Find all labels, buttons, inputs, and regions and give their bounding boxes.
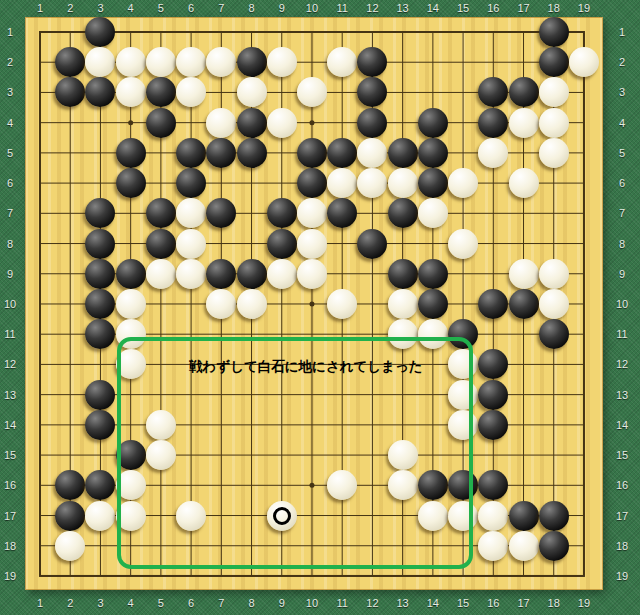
coord-label-left: 18: [4, 540, 16, 551]
white-stone: [448, 229, 478, 259]
coord-label-left: 19: [4, 570, 16, 581]
coord-label-left: 7: [7, 208, 13, 219]
coord-label-top: 16: [487, 3, 499, 14]
coord-label-right: 1: [619, 27, 625, 38]
coord-label-bottom: 5: [158, 598, 164, 609]
coord-label-top: 9: [279, 3, 285, 14]
white-stone: [418, 501, 448, 531]
white-stone: [509, 108, 539, 138]
white-stone: [146, 259, 176, 289]
white-stone: [116, 289, 146, 319]
black-stone: [388, 138, 418, 168]
white-stone: [448, 501, 478, 531]
white-stone: [448, 349, 478, 379]
white-stone: [55, 531, 85, 561]
coord-label-bottom: 6: [188, 598, 194, 609]
black-stone: [85, 380, 115, 410]
black-stone: [297, 138, 327, 168]
coord-label-left: 2: [7, 57, 13, 68]
white-stone: [388, 168, 418, 198]
coord-label-right: 14: [616, 419, 628, 430]
black-stone: [357, 229, 387, 259]
black-stone: [85, 319, 115, 349]
black-stone: [297, 168, 327, 198]
black-stone: [418, 108, 448, 138]
white-stone: [539, 289, 569, 319]
black-stone: [509, 77, 539, 107]
white-stone: [539, 138, 569, 168]
coord-label-bottom: 14: [427, 598, 439, 609]
white-stone: [267, 47, 297, 77]
black-stone: [478, 77, 508, 107]
black-stone: [146, 198, 176, 228]
coord-label-bottom: 15: [457, 598, 469, 609]
white-stone: [116, 501, 146, 531]
white-stone: [357, 168, 387, 198]
white-stone: [267, 108, 297, 138]
black-stone: [478, 380, 508, 410]
white-stone: [176, 198, 206, 228]
black-stone: [116, 168, 146, 198]
black-stone: [85, 410, 115, 440]
black-stone: [509, 289, 539, 319]
black-stone: [478, 349, 508, 379]
coord-label-right: 8: [619, 238, 625, 249]
white-stone: [176, 77, 206, 107]
white-stone: [297, 198, 327, 228]
black-stone: [206, 138, 236, 168]
white-stone: [116, 470, 146, 500]
white-stone: [146, 410, 176, 440]
coord-label-top: 4: [128, 3, 134, 14]
coord-label-bottom: 17: [517, 598, 529, 609]
coord-label-top: 18: [548, 3, 560, 14]
white-stone: [85, 501, 115, 531]
coord-label-top: 10: [306, 3, 318, 14]
white-stone: [176, 229, 206, 259]
coord-label-right: 10: [616, 298, 628, 309]
white-stone: [116, 319, 146, 349]
white-stone: [327, 470, 357, 500]
black-stone: [85, 77, 115, 107]
white-stone: [297, 259, 327, 289]
coord-label-top: 3: [97, 3, 103, 14]
coord-label-bottom: 19: [578, 598, 590, 609]
coord-label-top: 6: [188, 3, 194, 14]
white-stone: [146, 440, 176, 470]
coord-label-bottom: 2: [67, 598, 73, 609]
black-stone: [237, 47, 267, 77]
go-board-scene: 12345678910111213141516171819 1234567891…: [0, 0, 640, 615]
coord-label-bottom: 3: [97, 598, 103, 609]
coord-label-left: 13: [4, 389, 16, 400]
white-stone: [478, 138, 508, 168]
coord-label-left: 4: [7, 117, 13, 128]
white-stone: [327, 168, 357, 198]
coord-label-right: 4: [619, 117, 625, 128]
white-stone: [448, 168, 478, 198]
black-stone: [206, 259, 236, 289]
black-stone: [357, 108, 387, 138]
annotation-text: 戦わずして白石に地にされてしまった: [189, 358, 423, 376]
black-stone: [388, 259, 418, 289]
black-stone: [55, 501, 85, 531]
black-stone: [237, 138, 267, 168]
white-stone: [478, 501, 508, 531]
coord-label-right: 9: [619, 268, 625, 279]
white-stone: [176, 259, 206, 289]
coord-label-right: 16: [616, 480, 628, 491]
white-stone: [327, 47, 357, 77]
black-stone: [418, 138, 448, 168]
coord-label-left: 9: [7, 268, 13, 279]
white-stone: [176, 47, 206, 77]
black-stone: [267, 198, 297, 228]
black-stone: [55, 77, 85, 107]
black-stone: [418, 168, 448, 198]
black-stone: [176, 168, 206, 198]
coord-label-top: 17: [517, 3, 529, 14]
white-stone: [509, 168, 539, 198]
coord-label-right: 3: [619, 87, 625, 98]
coord-label-bottom: 16: [487, 598, 499, 609]
coord-label-top: 12: [366, 3, 378, 14]
coord-label-top: 2: [67, 3, 73, 14]
black-stone: [448, 319, 478, 349]
coord-label-bottom: 9: [279, 598, 285, 609]
coord-label-left: 14: [4, 419, 16, 430]
white-stone: [418, 319, 448, 349]
coord-label-top: 15: [457, 3, 469, 14]
coord-label-top: 7: [218, 3, 224, 14]
coord-label-left: 3: [7, 87, 13, 98]
white-stone: [388, 470, 418, 500]
black-stone: [146, 77, 176, 107]
black-stone: [85, 229, 115, 259]
white-stone: [478, 531, 508, 561]
coord-label-right: 19: [616, 570, 628, 581]
coord-label-left: 5: [7, 147, 13, 158]
black-stone: [539, 17, 569, 47]
black-stone: [418, 470, 448, 500]
white-stone: [297, 229, 327, 259]
black-stone: [327, 138, 357, 168]
coord-label-right: 5: [619, 147, 625, 158]
white-stone-circled: [267, 501, 297, 531]
coord-label-right: 18: [616, 540, 628, 551]
white-stone: [448, 410, 478, 440]
white-stone: [176, 501, 206, 531]
black-stone: [85, 470, 115, 500]
white-stone: [418, 198, 448, 228]
black-stone: [146, 108, 176, 138]
coord-label-right: 17: [616, 510, 628, 521]
white-stone: [357, 138, 387, 168]
black-stone: [509, 501, 539, 531]
black-stone: [418, 259, 448, 289]
white-stone: [116, 47, 146, 77]
white-stone: [206, 289, 236, 319]
white-stone: [509, 531, 539, 561]
coord-label-right: 12: [616, 359, 628, 370]
coord-label-top: 8: [248, 3, 254, 14]
black-stone: [176, 138, 206, 168]
black-stone: [237, 108, 267, 138]
coord-label-left: 10: [4, 298, 16, 309]
black-stone: [539, 531, 569, 561]
coord-label-right: 15: [616, 450, 628, 461]
black-stone: [206, 198, 236, 228]
coord-label-top: 1: [37, 3, 43, 14]
black-stone: [539, 319, 569, 349]
coord-label-bottom: 11: [336, 598, 347, 609]
black-stone: [85, 259, 115, 289]
black-stone: [478, 108, 508, 138]
coord-label-top: 14: [427, 3, 439, 14]
black-stone: [267, 229, 297, 259]
coord-label-bottom: 10: [306, 598, 318, 609]
black-stone: [448, 470, 478, 500]
black-stone: [116, 259, 146, 289]
black-stone: [478, 289, 508, 319]
coord-label-right: 13: [616, 389, 628, 400]
white-stone: [388, 289, 418, 319]
coord-label-left: 17: [4, 510, 16, 521]
coord-label-bottom: 8: [248, 598, 254, 609]
coord-label-left: 12: [4, 359, 16, 370]
white-stone: [267, 259, 297, 289]
white-stone: [237, 289, 267, 319]
coord-label-left: 8: [7, 238, 13, 249]
white-stone: [146, 47, 176, 77]
coord-label-bottom: 4: [128, 598, 134, 609]
white-stone: [388, 440, 418, 470]
white-stone: [237, 77, 267, 107]
coord-label-right: 2: [619, 57, 625, 68]
coord-label-bottom: 1: [37, 598, 43, 609]
coord-label-left: 15: [4, 450, 16, 461]
black-stone: [116, 440, 146, 470]
black-stone: [357, 77, 387, 107]
white-stone: [509, 259, 539, 289]
black-stone: [418, 289, 448, 319]
coord-label-left: 6: [7, 178, 13, 189]
black-stone: [539, 47, 569, 77]
white-stone: [206, 108, 236, 138]
white-stone: [539, 108, 569, 138]
coord-label-bottom: 12: [366, 598, 378, 609]
white-stone: [116, 77, 146, 107]
circle-marker-icon: [273, 507, 291, 525]
white-stone: [448, 380, 478, 410]
white-stone: [569, 47, 599, 77]
coord-label-top: 5: [158, 3, 164, 14]
coord-label-bottom: 7: [218, 598, 224, 609]
black-stone: [55, 47, 85, 77]
black-stone: [116, 138, 146, 168]
white-stone: [539, 77, 569, 107]
coord-label-right: 7: [619, 208, 625, 219]
coord-label-left: 16: [4, 480, 16, 491]
coord-label-left: 1: [7, 27, 13, 38]
black-stone: [146, 229, 176, 259]
coord-label-top: 11: [336, 3, 347, 14]
white-stone: [206, 47, 236, 77]
coord-label-bottom: 18: [548, 598, 560, 609]
coord-label-top: 13: [397, 3, 409, 14]
black-stone: [388, 198, 418, 228]
black-stone: [327, 198, 357, 228]
coord-label-left: 11: [4, 329, 15, 340]
coord-label-right: 6: [619, 178, 625, 189]
white-stone: [539, 259, 569, 289]
coord-label-right: 11: [616, 329, 627, 340]
black-stone: [357, 47, 387, 77]
black-stone: [85, 17, 115, 47]
white-stone: [116, 349, 146, 379]
white-stone: [85, 47, 115, 77]
black-stone: [539, 501, 569, 531]
white-stone: [327, 289, 357, 319]
coord-label-top: 19: [578, 3, 590, 14]
black-stone: [478, 410, 508, 440]
coord-label-bottom: 13: [397, 598, 409, 609]
black-stone: [85, 289, 115, 319]
black-stone: [237, 259, 267, 289]
black-stone: [85, 198, 115, 228]
white-stone: [388, 319, 418, 349]
black-stone: [55, 470, 85, 500]
black-stone: [478, 470, 508, 500]
white-stone: [297, 77, 327, 107]
